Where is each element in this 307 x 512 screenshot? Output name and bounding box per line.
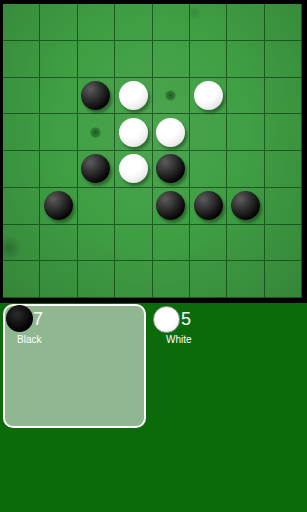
- board-cell-e8[interactable]: [153, 261, 190, 298]
- white-disc: [119, 154, 148, 183]
- board-cell-c2[interactable]: [78, 41, 115, 78]
- board-cell-h4[interactable]: [265, 114, 302, 151]
- board-cell-g1[interactable]: [227, 4, 264, 41]
- white-player-label: White: [166, 334, 192, 346]
- board-cell-b2[interactable]: [40, 41, 77, 78]
- board-cell-e3[interactable]: [153, 78, 190, 115]
- board-cell-h1[interactable]: [265, 4, 302, 41]
- board-cell-h6[interactable]: [265, 188, 302, 225]
- board-cell-c4[interactable]: [78, 114, 115, 151]
- board-cell-e5[interactable]: [153, 151, 190, 188]
- board-cell-d8[interactable]: [115, 261, 152, 298]
- black-disc: [194, 191, 223, 220]
- board-cell-e6[interactable]: [153, 188, 190, 225]
- board-cell-g6[interactable]: [227, 188, 264, 225]
- board-cell-e4[interactable]: [153, 114, 190, 151]
- board-cell-h7[interactable]: [265, 225, 302, 262]
- board-cell-a5[interactable]: [3, 151, 40, 188]
- board-cell-a1[interactable]: [3, 4, 40, 41]
- board-cell-h2[interactable]: [265, 41, 302, 78]
- board-cell-d3[interactable]: [115, 78, 152, 115]
- board-cell-d7[interactable]: [115, 225, 152, 262]
- white-disc: [194, 81, 223, 110]
- white-score-disc: [153, 306, 180, 333]
- legal-move-dot[interactable]: [90, 127, 101, 138]
- board-cell-f3[interactable]: [190, 78, 227, 115]
- white-disc: [156, 118, 185, 147]
- board-cell-h3[interactable]: [265, 78, 302, 115]
- black-disc: [231, 191, 260, 220]
- board-cell-f2[interactable]: [190, 41, 227, 78]
- board-cell-h5[interactable]: [265, 151, 302, 188]
- board-cell-b8[interactable]: [40, 261, 77, 298]
- board-cell-f6[interactable]: [190, 188, 227, 225]
- board-cell-a2[interactable]: [3, 41, 40, 78]
- board-cell-g2[interactable]: [227, 41, 264, 78]
- scoreboard: 7 Black 5 White: [0, 303, 307, 512]
- board-cell-g8[interactable]: [227, 261, 264, 298]
- white-disc: [119, 118, 148, 147]
- board: [3, 4, 302, 298]
- board-cell-a4[interactable]: [3, 114, 40, 151]
- board-cell-c8[interactable]: [78, 261, 115, 298]
- white-score-value: 5: [181, 308, 191, 330]
- board-cell-d2[interactable]: [115, 41, 152, 78]
- black-score-value: 7: [33, 308, 43, 330]
- board-cell-g4[interactable]: [227, 114, 264, 151]
- board-cell-g3[interactable]: [227, 78, 264, 115]
- board-cell-d6[interactable]: [115, 188, 152, 225]
- board-cell-b1[interactable]: [40, 4, 77, 41]
- black-disc: [81, 81, 110, 110]
- board-cell-a3[interactable]: [3, 78, 40, 115]
- board-cell-c6[interactable]: [78, 188, 115, 225]
- board-cell-a8[interactable]: [3, 261, 40, 298]
- board-cell-f5[interactable]: [190, 151, 227, 188]
- board-cell-a6[interactable]: [3, 188, 40, 225]
- black-score-disc: [6, 305, 33, 332]
- board-cell-h8[interactable]: [265, 261, 302, 298]
- board-cell-c3[interactable]: [78, 78, 115, 115]
- board-cell-b4[interactable]: [40, 114, 77, 151]
- black-disc: [156, 191, 185, 220]
- board-cell-b6[interactable]: [40, 188, 77, 225]
- board-cell-c1[interactable]: [78, 4, 115, 41]
- board-cell-a7[interactable]: [3, 225, 40, 262]
- board-cell-g5[interactable]: [227, 151, 264, 188]
- board-cell-c7[interactable]: [78, 225, 115, 262]
- othello-game-screen: 7 Black 5 White: [0, 0, 307, 512]
- white-disc: [119, 81, 148, 110]
- black-disc: [81, 154, 110, 183]
- black-disc: [44, 191, 73, 220]
- board-cell-f4[interactable]: [190, 114, 227, 151]
- board-cell-d5[interactable]: [115, 151, 152, 188]
- board-cell-g7[interactable]: [227, 225, 264, 262]
- board-cell-e7[interactable]: [153, 225, 190, 262]
- board-cell-d1[interactable]: [115, 4, 152, 41]
- board-cell-d4[interactable]: [115, 114, 152, 151]
- board-cell-b3[interactable]: [40, 78, 77, 115]
- board-cell-b5[interactable]: [40, 151, 77, 188]
- board-cell-c5[interactable]: [78, 151, 115, 188]
- board-cell-f7[interactable]: [190, 225, 227, 262]
- board-cell-e2[interactable]: [153, 41, 190, 78]
- board-cell-f1[interactable]: [190, 4, 227, 41]
- black-disc: [156, 154, 185, 183]
- board-cell-f8[interactable]: [190, 261, 227, 298]
- black-player-label: Black: [17, 334, 41, 346]
- board-cell-b7[interactable]: [40, 225, 77, 262]
- board-cell-e1[interactable]: [153, 4, 190, 41]
- legal-move-dot[interactable]: [165, 90, 176, 101]
- board-frame: [0, 0, 307, 303]
